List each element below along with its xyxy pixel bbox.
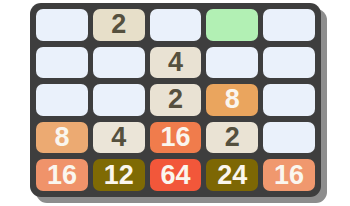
tile-4: 4 (93, 122, 145, 154)
empty-cell (36, 47, 88, 79)
tile-8: 8 (206, 84, 258, 116)
tile-2: 2 (150, 84, 202, 116)
page-background: 2428841621612642416 (0, 0, 350, 206)
tile-grid: 2428841621612642416 (36, 9, 315, 191)
empty-cell (93, 47, 145, 79)
empty-cell (206, 47, 258, 79)
tile-2: 2 (206, 122, 258, 154)
empty-cell (263, 9, 315, 41)
empty-cell (263, 47, 315, 79)
game-board[interactable]: 2428841621612642416 (30, 3, 321, 197)
tile-8: 8 (36, 122, 88, 154)
empty-cell (93, 84, 145, 116)
green-highlight-cell (206, 9, 258, 41)
empty-cell (263, 84, 315, 116)
tile-16: 16 (263, 159, 315, 191)
tile-16: 16 (150, 122, 202, 154)
tile-16: 16 (36, 159, 88, 191)
tile-12: 12 (93, 159, 145, 191)
tile-2: 2 (93, 9, 145, 41)
tile-24: 24 (206, 159, 258, 191)
empty-cell (36, 9, 88, 41)
empty-cell (36, 84, 88, 116)
tile-4: 4 (150, 47, 202, 79)
empty-cell (150, 9, 202, 41)
tile-64: 64 (150, 159, 202, 191)
empty-cell (263, 122, 315, 154)
